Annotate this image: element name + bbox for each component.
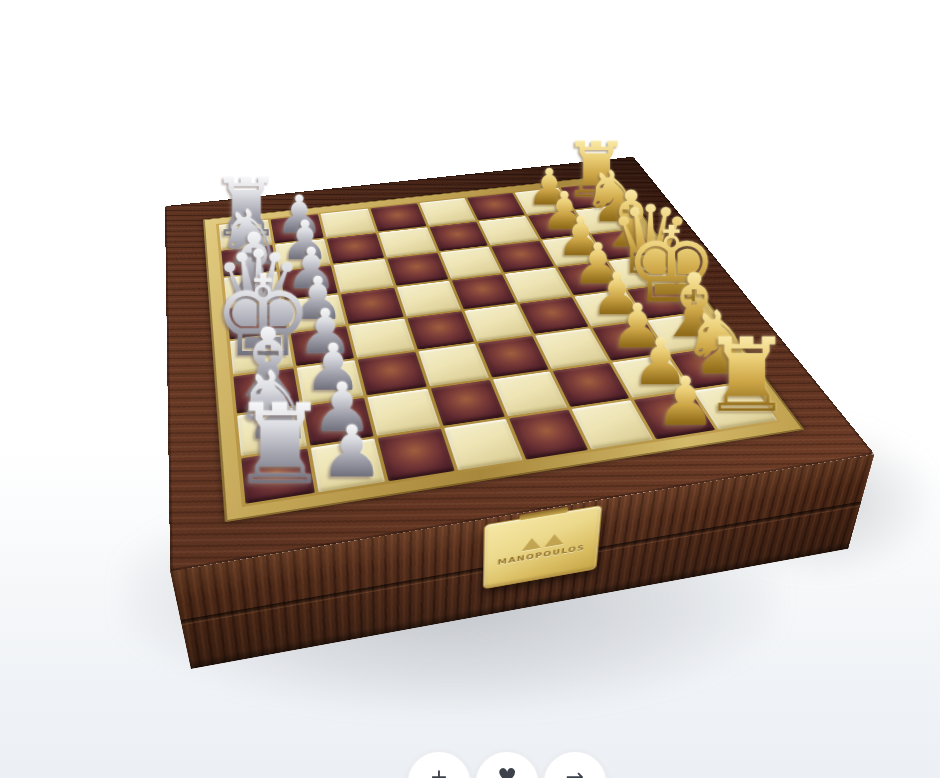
product-photo-scene: MANOPOULOS ♜♟♟♜♞♟♟♞♝♟♟♝♛♟♟♛♚♟♟♚♝♟♟♝♞♟♟♞♜… — [0, 0, 940, 778]
board-cell[interactable] — [477, 336, 548, 377]
arrow-right-icon: → — [566, 766, 584, 778]
brass-board-border: ♜♟♟♜♞♟♟♞♝♟♟♝♛♟♟♛♚♟♟♚♝♟♟♝♞♟♟♞♜♟♟♜ — [203, 175, 805, 522]
chess-piece-gold-pawn[interactable]: ♟ — [614, 371, 757, 433]
board-cell[interactable] — [444, 419, 522, 470]
board-cell[interactable] — [429, 222, 488, 252]
box-lid-seam-left — [167, 355, 184, 449]
brass-clasp[interactable]: MANOPOULOS — [483, 505, 603, 590]
logo-triangle-icon — [544, 533, 564, 548]
clasp-hinge — [519, 507, 568, 521]
chess-box: MANOPOULOS ♜♟♟♜♞♟♟♞♝♟♟♝♛♟♟♛♚♟♟♚♝♟♟♝♞♟♟♞♜… — [165, 157, 875, 571]
logo-triangle-icon — [521, 536, 541, 551]
board-cell[interactable] — [407, 311, 474, 350]
board-cell[interactable]: ♜ — [241, 449, 314, 504]
chess-piece-silver-rook[interactable]: ♜ — [203, 395, 356, 496]
board-cell[interactable] — [451, 274, 515, 309]
board-cell[interactable] — [378, 227, 436, 257]
board-grid: ♜♟♟♜♞♟♟♞♝♟♟♝♛♟♟♛♚♟♟♚♝♟♟♝♞♟♟♞♜♟♟♜ — [216, 181, 782, 506]
board-cell[interactable]: ♟ — [634, 392, 716, 440]
board-cell[interactable] — [431, 380, 505, 426]
board-cell[interactable] — [387, 253, 448, 286]
board-cell[interactable] — [418, 344, 488, 386]
heart-icon: ♥ — [497, 766, 517, 778]
board-cell[interactable] — [397, 281, 460, 316]
board-cell[interactable] — [464, 304, 532, 342]
board-cell[interactable] — [440, 247, 502, 279]
plus-icon: + — [430, 766, 448, 778]
